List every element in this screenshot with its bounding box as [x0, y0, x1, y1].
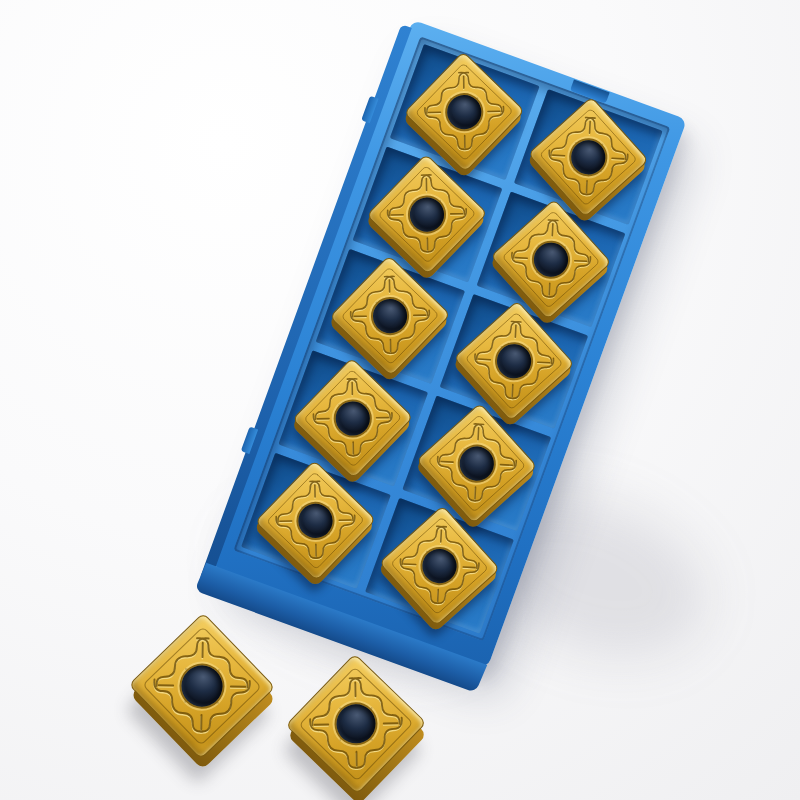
carbide-insert	[384, 511, 494, 621]
carbide-insert	[459, 306, 569, 416]
insert-top-face	[285, 653, 426, 794]
carbide-insert	[421, 408, 531, 518]
carbide-insert	[496, 204, 606, 314]
insert-storage-box	[213, 20, 687, 669]
carbide-insert	[261, 466, 371, 576]
scene	[0, 0, 800, 800]
carbide-insert	[409, 57, 519, 167]
insert-top-face	[404, 51, 526, 173]
insert-top-face	[453, 301, 574, 422]
carbide-insert	[533, 102, 643, 212]
carbide-insert	[298, 363, 408, 473]
loose-carbide-insert	[306, 674, 406, 774]
insert-top-face	[379, 505, 500, 626]
insert-top-face	[416, 403, 537, 524]
insert-top-face	[128, 612, 275, 759]
carbide-insert	[372, 159, 482, 269]
tray-grid	[233, 36, 670, 641]
loose-carbide-insert	[150, 634, 254, 738]
insert-top-face	[527, 96, 648, 217]
insert-top-face	[490, 198, 611, 319]
